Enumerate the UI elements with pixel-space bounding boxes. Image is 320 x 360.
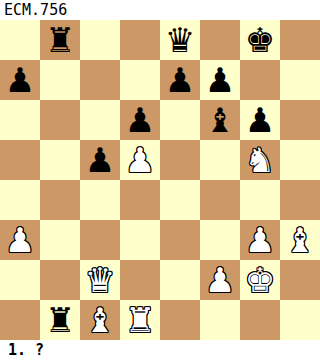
black-pawn: ♟ [245, 100, 275, 140]
square-e3[interactable] [160, 220, 200, 260]
white-pawn: ♟ [5, 220, 35, 260]
square-d3[interactable] [120, 220, 160, 260]
square-f5[interactable] [200, 140, 240, 180]
square-a5[interactable] [0, 140, 40, 180]
square-b4[interactable] [40, 180, 80, 220]
white-bishop: ♝ [85, 300, 115, 340]
white-bishop: ♝ [285, 220, 315, 260]
square-d5[interactable]: ♟ [120, 140, 160, 180]
square-a1[interactable] [0, 300, 40, 340]
square-f4[interactable] [200, 180, 240, 220]
square-g4[interactable] [240, 180, 280, 220]
square-g8[interactable]: ♚ [240, 20, 280, 60]
square-b1[interactable]: ♜ [40, 300, 80, 340]
square-g2[interactable]: ♚ [240, 260, 280, 300]
white-pawn: ♟ [125, 140, 155, 180]
black-queen: ♛ [165, 20, 195, 60]
square-c8[interactable] [80, 20, 120, 60]
square-f1[interactable] [200, 300, 240, 340]
square-d2[interactable] [120, 260, 160, 300]
square-g7[interactable] [240, 60, 280, 100]
square-h4[interactable] [280, 180, 320, 220]
square-a2[interactable] [0, 260, 40, 300]
square-d6[interactable]: ♟ [120, 100, 160, 140]
square-b5[interactable] [40, 140, 80, 180]
square-c4[interactable] [80, 180, 120, 220]
square-d1[interactable]: ♜ [120, 300, 160, 340]
square-e1[interactable] [160, 300, 200, 340]
square-e6[interactable] [160, 100, 200, 140]
square-c3[interactable] [80, 220, 120, 260]
white-rook: ♜ [125, 300, 155, 340]
black-king: ♚ [245, 20, 275, 60]
square-g5[interactable]: ♞ [240, 140, 280, 180]
square-f6[interactable]: ♝ [200, 100, 240, 140]
square-c7[interactable] [80, 60, 120, 100]
square-g3[interactable]: ♟ [240, 220, 280, 260]
black-pawn: ♟ [85, 140, 115, 180]
square-g1[interactable] [240, 300, 280, 340]
square-f7[interactable]: ♟ [200, 60, 240, 100]
square-a4[interactable] [0, 180, 40, 220]
square-h8[interactable] [280, 20, 320, 60]
square-b3[interactable] [40, 220, 80, 260]
move-prompt: 1. ? [0, 340, 320, 360]
square-h3[interactable]: ♝ [280, 220, 320, 260]
square-e8[interactable]: ♛ [160, 20, 200, 60]
square-d8[interactable] [120, 20, 160, 60]
white-pawn: ♟ [245, 220, 275, 260]
white-queen: ♛ [85, 260, 115, 300]
square-e7[interactable]: ♟ [160, 60, 200, 100]
black-pawn: ♟ [125, 100, 155, 140]
square-f8[interactable] [200, 20, 240, 60]
square-a6[interactable] [0, 100, 40, 140]
square-h1[interactable] [280, 300, 320, 340]
square-h7[interactable] [280, 60, 320, 100]
square-h6[interactable] [280, 100, 320, 140]
black-bishop: ♝ [205, 100, 235, 140]
white-knight: ♞ [245, 140, 275, 180]
square-c5[interactable]: ♟ [80, 140, 120, 180]
square-c2[interactable]: ♛ [80, 260, 120, 300]
chess-board: ♜♛♚♟♟♟♟♝♟♟♟♞♟♟♝♛♟♚♜♝♜ [0, 20, 320, 340]
black-rook: ♜ [45, 20, 75, 60]
square-a8[interactable] [0, 20, 40, 60]
black-pawn: ♟ [165, 60, 195, 100]
square-b8[interactable]: ♜ [40, 20, 80, 60]
square-h5[interactable] [280, 140, 320, 180]
white-king: ♚ [245, 260, 275, 300]
square-b2[interactable] [40, 260, 80, 300]
square-c1[interactable]: ♝ [80, 300, 120, 340]
black-rook: ♜ [45, 300, 75, 340]
square-e4[interactable] [160, 180, 200, 220]
square-b6[interactable] [40, 100, 80, 140]
square-f2[interactable]: ♟ [200, 260, 240, 300]
square-d4[interactable] [120, 180, 160, 220]
square-e2[interactable] [160, 260, 200, 300]
square-a3[interactable]: ♟ [0, 220, 40, 260]
square-d7[interactable] [120, 60, 160, 100]
square-h2[interactable] [280, 260, 320, 300]
puzzle-id: ECM.756 [0, 0, 320, 20]
square-f3[interactable] [200, 220, 240, 260]
black-pawn: ♟ [205, 60, 235, 100]
square-g6[interactable]: ♟ [240, 100, 280, 140]
square-a7[interactable]: ♟ [0, 60, 40, 100]
square-c6[interactable] [80, 100, 120, 140]
square-e5[interactable] [160, 140, 200, 180]
black-pawn: ♟ [5, 60, 35, 100]
square-b7[interactable] [40, 60, 80, 100]
white-pawn: ♟ [205, 260, 235, 300]
